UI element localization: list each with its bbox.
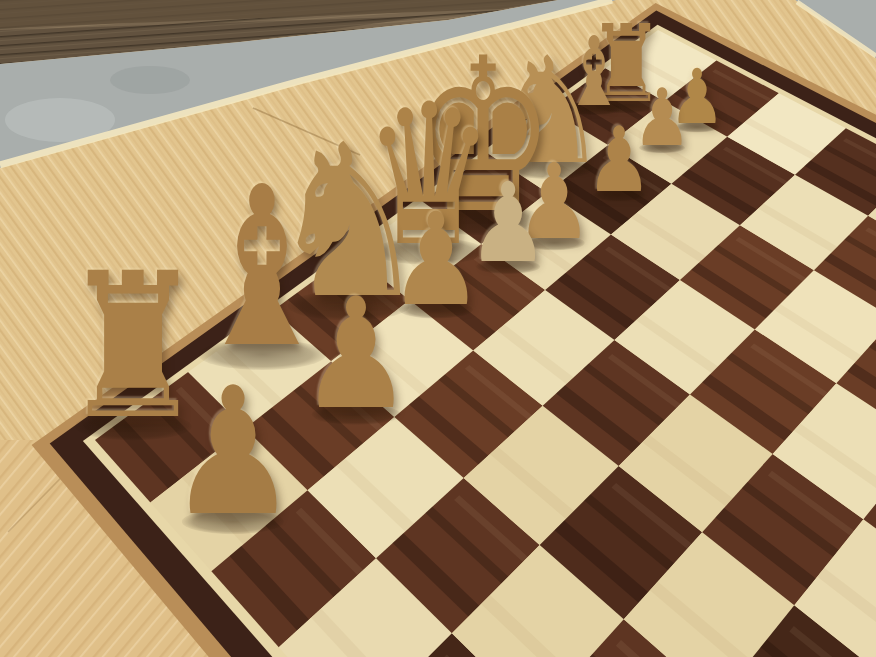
piece-white-pawn-b2[interactable]: ♟ — [300, 278, 412, 431]
piece-white-pawn-f2[interactable]: ♟ — [586, 115, 652, 205]
chess-photo-stage: ♜♝♟♟♞♟♚♟♛♟♞♟♝♟♜♟ — [0, 0, 876, 657]
piece-white-pawn-a2[interactable]: ♟ — [168, 364, 298, 540]
